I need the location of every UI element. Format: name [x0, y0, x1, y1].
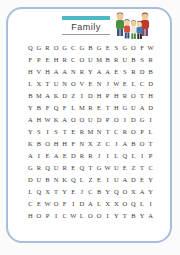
grid-cell-r1c3[interactable]: R [43, 42, 52, 54]
grid-cell-r4c6[interactable]: O [69, 78, 78, 90]
grid-cell-r15c11[interactable]: Y [112, 210, 121, 222]
family-clipart-icon [111, 11, 155, 41]
grid-cell-r8c9[interactable]: N [95, 126, 104, 138]
grid-cell-r14c3[interactable]: W [43, 198, 52, 210]
grid-cell-r5c6[interactable]: Z [69, 90, 78, 102]
grid-cell-r6c3[interactable]: F [43, 102, 52, 114]
grid-cell-r12c1[interactable]: D [26, 174, 35, 186]
grid-cell-r6c14[interactable]: A [138, 102, 147, 114]
grid-cell-r5c14[interactable]: T [138, 90, 147, 102]
grid-cell-r4c11[interactable]: W [112, 78, 121, 90]
grid-cell-r1c9[interactable]: G [95, 42, 104, 54]
grid-cell-r4c4[interactable]: U [52, 78, 61, 90]
grid-cell-r2c2[interactable]: P [35, 54, 44, 66]
grid-cell-r1c1[interactable]: Q [26, 42, 35, 54]
grid-cell-r3c14[interactable]: D [138, 66, 147, 78]
grid-cell-r6c7[interactable]: M [78, 102, 87, 114]
grid-cell-r8c4[interactable]: S [52, 126, 61, 138]
grid-cell-r5c13[interactable]: O [129, 90, 138, 102]
grid-cell-r9c3[interactable]: O [43, 138, 52, 150]
grid-cell-r12c4[interactable]: N [52, 174, 61, 186]
grid-cell-r6c15[interactable]: D [146, 102, 155, 114]
grid-cell-r7c4[interactable]: K [52, 114, 61, 126]
grid-cell-r9c5[interactable]: H [60, 138, 69, 150]
grid-cell-r14c9[interactable]: L [95, 198, 104, 210]
grid-cell-r15c5[interactable]: C [60, 210, 69, 222]
grid-cell-r14c11[interactable]: X [112, 198, 121, 210]
grid-cell-r12c2[interactable]: U [35, 174, 44, 186]
grid-cell-r14c7[interactable]: D [78, 198, 87, 210]
grid-cell-r4c9[interactable]: N [95, 78, 104, 90]
grid-cell-r15c6[interactable]: W [69, 210, 78, 222]
grid-cell-r11c6[interactable]: E [69, 162, 78, 174]
grid-cell-r7c12[interactable]: I [121, 114, 130, 126]
grid-cell-r13c2[interactable]: Q [35, 186, 44, 198]
grid-cell-r11c15[interactable]: C [146, 162, 155, 174]
grid-cell-r10c12[interactable]: Q [121, 150, 130, 162]
grid-cell-r4c3[interactable]: T [43, 78, 52, 90]
grid-cell-r15c14[interactable]: Y [138, 210, 147, 222]
grid-cell-r14c13[interactable]: Q [129, 198, 138, 210]
grid-cell-r9c15[interactable]: T [146, 138, 155, 150]
grid-cell-r11c13[interactable]: Z [129, 162, 138, 174]
grid-cell-r2c7[interactable]: O [78, 54, 87, 66]
grid-cell-r15c7[interactable]: L [78, 210, 87, 222]
grid-cell-r5c2[interactable]: M [35, 90, 44, 102]
grid-cell-r7c1[interactable]: A [26, 114, 35, 126]
grid-cell-r11c4[interactable]: U [52, 162, 61, 174]
grid-cell-r5c8[interactable]: D [86, 90, 95, 102]
grid-cell-r15c3[interactable]: P [43, 210, 52, 222]
grid-cell-r10c10[interactable]: I [103, 150, 112, 162]
grid-cell-r7c15[interactable]: I [146, 114, 155, 126]
grid-cell-r14c12[interactable]: O [121, 198, 130, 210]
grid-cell-r10c8[interactable]: R [86, 150, 95, 162]
grid-cell-r9c7[interactable]: N [78, 138, 87, 150]
grid-cell-r5c5[interactable]: D [60, 90, 69, 102]
grid-cell-r8c5[interactable]: T [60, 126, 69, 138]
grid-cell-r4c13[interactable]: L [129, 78, 138, 90]
grid-cell-r3c12[interactable]: S [121, 66, 130, 78]
grid-cell-r2c14[interactable]: S [138, 54, 147, 66]
grid-cell-r6c5[interactable]: F [60, 102, 69, 114]
grid-cell-r4c10[interactable]: J [103, 78, 112, 90]
grid-cell-r6c13[interactable]: U [129, 102, 138, 114]
grid-cell-r5c12[interactable]: R [121, 90, 130, 102]
grid-cell-r7c8[interactable]: U [86, 114, 95, 126]
grid-cell-r9c10[interactable]: C [103, 138, 112, 150]
grid-cell-r15c2[interactable]: O [35, 210, 44, 222]
grid-cell-r2c1[interactable]: F [26, 54, 35, 66]
grid-cell-r13c13[interactable]: X [129, 186, 138, 198]
grid-cell-r9c6[interactable]: F [69, 138, 78, 150]
grid-cell-r13c1[interactable]: L [26, 186, 35, 198]
grid-cell-r10c11[interactable]: L [112, 150, 121, 162]
grid-cell-r9c12[interactable]: A [121, 138, 130, 150]
grid-cell-r9c9[interactable]: Z [95, 138, 104, 150]
grid-cell-r15c1[interactable]: H [26, 210, 35, 222]
grid-cell-r2c8[interactable]: U [86, 54, 95, 66]
grid-cell-r2c12[interactable]: U [121, 54, 130, 66]
grid-cell-r4c8[interactable]: E [86, 78, 95, 90]
grid-cell-r6c9[interactable]: E [95, 102, 104, 114]
grid-cell-r2c6[interactable]: C [69, 54, 78, 66]
grid-cell-r2c4[interactable]: H [52, 54, 61, 66]
grid-cell-r7c6[interactable]: O [69, 114, 78, 126]
grid-cell-r3c7[interactable]: R [78, 66, 87, 78]
grid-cell-r12c13[interactable]: D [129, 174, 138, 186]
grid-cell-r1c8[interactable]: B [86, 42, 95, 54]
grid-cell-r5c7[interactable]: I [78, 90, 87, 102]
grid-cell-r11c12[interactable]: E [121, 162, 130, 174]
grid-cell-r4c1[interactable]: L [26, 78, 35, 90]
grid-cell-r12c11[interactable]: U [112, 174, 121, 186]
grid-cell-r7c14[interactable]: G [138, 114, 147, 126]
grid-cell-r1c15[interactable]: W [146, 42, 155, 54]
grid-cell-r2c5[interactable]: R [60, 54, 69, 66]
grid-cell-r1c5[interactable]: G [60, 42, 69, 54]
grid-cell-r3c8[interactable]: Y [86, 66, 95, 78]
grid-cell-r11c7[interactable]: Q [78, 162, 87, 174]
grid-cell-r3c6[interactable]: N [69, 66, 78, 78]
grid-cell-r12c7[interactable]: L [78, 174, 87, 186]
grid-cell-r15c15[interactable]: A [146, 210, 155, 222]
grid-cell-r9c4[interactable]: H [52, 138, 61, 150]
grid-cell-r4c12[interactable]: E [121, 78, 130, 90]
grid-cell-r3c4[interactable]: A [52, 66, 61, 78]
grid-cell-r8c15[interactable]: L [146, 126, 155, 138]
grid-cell-r15c10[interactable]: I [103, 210, 112, 222]
grid-cell-r11c9[interactable]: G [95, 162, 104, 174]
grid-cell-r8c10[interactable]: T [103, 126, 112, 138]
grid-cell-r11c3[interactable]: Q [43, 162, 52, 174]
grid-cell-r14c15[interactable]: I [146, 198, 155, 210]
grid-cell-r1c14[interactable]: F [138, 42, 147, 54]
grid-cell-r13c10[interactable]: Y [103, 186, 112, 198]
grid-cell-r15c12[interactable]: T [121, 210, 130, 222]
grid-cell-r8c12[interactable]: R [121, 126, 130, 138]
grid-cell-r6c6[interactable]: L [69, 102, 78, 114]
grid-cell-r14c10[interactable]: X [103, 198, 112, 210]
grid-cell-r13c5[interactable]: Y [60, 186, 69, 198]
grid-cell-r5c11[interactable]: H [112, 90, 121, 102]
grid-cell-r2c11[interactable]: R [112, 54, 121, 66]
grid-cell-r1c10[interactable]: E [103, 42, 112, 54]
accent-bar [62, 16, 110, 20]
grid-cell-r11c11[interactable]: U [112, 162, 121, 174]
grid-cell-r3c10[interactable]: A [103, 66, 112, 78]
grid-cell-r10c3[interactable]: E [43, 150, 52, 162]
grid-cell-r10c13[interactable]: L [129, 150, 138, 162]
grid-cell-r3c13[interactable]: R [129, 66, 138, 78]
grid-cell-r6c11[interactable]: H [112, 102, 121, 114]
grid-cell-r6c1[interactable]: Y [26, 102, 35, 114]
grid-cell-r12c14[interactable]: E [138, 174, 147, 186]
grid-cell-r6c12[interactable]: G [121, 102, 130, 114]
grid-cell-r7c7[interactable]: O [78, 114, 87, 126]
grid-cell-r2c13[interactable]: B [129, 54, 138, 66]
grid-cell-r13c7[interactable]: J [78, 186, 87, 198]
grid-cell-r8c7[interactable]: R [78, 126, 87, 138]
grid-cell-r12c8[interactable]: Z [86, 174, 95, 186]
grid-cell-r1c7[interactable]: G [78, 42, 87, 54]
grid-cell-r13c9[interactable]: B [95, 186, 104, 198]
grid-cell-r8c11[interactable]: C [112, 126, 121, 138]
grid-cell-r8c8[interactable]: M [86, 126, 95, 138]
grid-cell-r13c11[interactable]: Q [112, 186, 121, 198]
grid-cell-r13c12[interactable]: O [121, 186, 130, 198]
grid-cell-r13c15[interactable]: Y [146, 186, 155, 198]
grid-cell-r1c11[interactable]: S [112, 42, 121, 54]
grid-cell-r5c3[interactable]: A [43, 90, 52, 102]
grid-cell-r7c10[interactable]: P [103, 114, 112, 126]
grid-cell-r11c5[interactable]: R [60, 162, 69, 174]
grid-cell-r9c1[interactable]: K [26, 138, 35, 150]
grid-cell-r7c13[interactable]: D [129, 114, 138, 126]
grid-cell-r13c4[interactable]: T [52, 186, 61, 198]
grid-cell-r7c2[interactable]: H [35, 114, 44, 126]
grid-cell-r3c11[interactable]: E [112, 66, 121, 78]
grid-cell-r11c14[interactable]: T [138, 162, 147, 174]
grid-cell-r8c1[interactable]: Y [26, 126, 35, 138]
grid-cell-r7c3[interactable]: W [43, 114, 52, 126]
grid-cell-r12c12[interactable]: A [121, 174, 130, 186]
grid-cell-r2c15[interactable]: R [146, 54, 155, 66]
grid-cell-r5c4[interactable]: K [52, 90, 61, 102]
grid-cell-r1c13[interactable]: O [129, 42, 138, 54]
grid-cell-r15c13[interactable]: B [129, 210, 138, 222]
grid-cell-r11c1[interactable]: G [26, 162, 35, 174]
grid-cell-r11c8[interactable]: T [86, 162, 95, 174]
grid-cell-r1c4[interactable]: O [52, 42, 61, 54]
grid-cell-r14c1[interactable]: C [26, 198, 35, 210]
grid-cell-r10c5[interactable]: E [60, 150, 69, 162]
grid-cell-r14c6[interactable]: I [69, 198, 78, 210]
grid-cell-r10c15[interactable]: P [146, 150, 155, 162]
worksheet-frame: Family [6, 7, 172, 243]
grid-cell-r8c2[interactable]: S [35, 126, 44, 138]
grid-cell-r2c10[interactable]: B [103, 54, 112, 66]
grid-cell-r4c14[interactable]: C [138, 78, 147, 90]
grid-cell-r10c7[interactable]: R [78, 150, 87, 162]
grid-cell-r12c10[interactable]: I [103, 174, 112, 186]
grid-cell-r9c14[interactable]: O [138, 138, 147, 150]
grid-cell-r4c5[interactable]: N [60, 78, 69, 90]
grid-cell-r2c3[interactable]: E [43, 54, 52, 66]
grid-cell-r10c14[interactable]: I [138, 150, 147, 162]
grid-cell-r7c11[interactable]: O [112, 114, 121, 126]
grid-cell-r13c6[interactable]: E [69, 186, 78, 198]
grid-cell-r12c9[interactable]: E [95, 174, 104, 186]
grid-cell-r6c10[interactable]: T [103, 102, 112, 114]
grid-cell-r8c14[interactable]: P [138, 126, 147, 138]
grid-cell-r4c2[interactable]: X [35, 78, 44, 90]
grid-cell-r10c4[interactable]: A [52, 150, 61, 162]
grid-cell-r13c14[interactable]: A [138, 186, 147, 198]
grid-cell-r14c2[interactable]: E [35, 198, 44, 210]
grid-cell-r4c7[interactable]: V [78, 78, 87, 90]
grid-cell-r7c9[interactable]: D [95, 114, 104, 126]
grid-cell-r13c3[interactable]: X [43, 186, 52, 198]
grid-cell-r4c15[interactable]: D [146, 78, 155, 90]
grid-cell-r1c6[interactable]: C [69, 42, 78, 54]
grid-cell-r10c9[interactable]: J [95, 150, 104, 162]
title-underline [62, 34, 110, 35]
grid-cell-r3c15[interactable]: B [146, 66, 155, 78]
grid-cell-r3c1[interactable]: H [26, 66, 35, 78]
grid-cell-r6c2[interactable]: B [35, 102, 44, 114]
grid-cell-r8c6[interactable]: E [69, 126, 78, 138]
grid-cell-r3c3[interactable]: H [43, 66, 52, 78]
grid-cell-r12c5[interactable]: K [60, 174, 69, 186]
grid-cell-r12c3[interactable]: B [43, 174, 52, 186]
wordsearch-grid: QGROGCGBGESGOFWFPEHRCOUMBRUBSRHVHAANRYAA… [26, 42, 155, 222]
grid-cell-r3c5[interactable]: A [60, 66, 69, 78]
grid-cell-r15c8[interactable]: O [86, 210, 95, 222]
grid-cell-r1c12[interactable]: G [121, 42, 130, 54]
grid-cell-r10c1[interactable]: A [26, 150, 35, 162]
grid-cell-r12c15[interactable]: Y [146, 174, 155, 186]
grid-cell-r5c15[interactable]: H [146, 90, 155, 102]
grid-cell-r6c8[interactable]: R [86, 102, 95, 114]
grid-cell-r2c9[interactable]: M [95, 54, 104, 66]
grid-cell-r15c9[interactable]: O [95, 210, 104, 222]
grid-cell-r13c8[interactable]: C [86, 186, 95, 198]
grid-cell-r8c13[interactable]: O [129, 126, 138, 138]
grid-cell-r9c11[interactable]: J [112, 138, 121, 150]
grid-cell-r10c6[interactable]: D [69, 150, 78, 162]
grid-cell-r14c14[interactable]: L [138, 198, 147, 210]
grid-cell-r7c5[interactable]: A [60, 114, 69, 126]
grid-cell-r9c2[interactable]: B [35, 138, 44, 150]
grid-cell-r9c8[interactable]: X [86, 138, 95, 150]
grid-cell-r11c2[interactable]: R [35, 162, 44, 174]
grid-cell-r8c3[interactable]: I [43, 126, 52, 138]
grid-cell-r1c2[interactable]: G [35, 42, 44, 54]
grid-cell-r15c4[interactable]: I [52, 210, 61, 222]
grid-cell-r14c5[interactable]: F [60, 198, 69, 210]
grid-cell-r3c9[interactable]: A [95, 66, 104, 78]
grid-cell-r5c10[interactable]: P [103, 90, 112, 102]
grid-cell-r14c4[interactable]: O [52, 198, 61, 210]
grid-cell-r11c10[interactable]: W [103, 162, 112, 174]
grid-cell-r5c9[interactable]: H [95, 90, 104, 102]
grid-cell-r14c8[interactable]: A [86, 198, 95, 210]
grid-cell-r10c2[interactable]: I [35, 150, 44, 162]
grid-cell-r3c2[interactable]: V [35, 66, 44, 78]
grid-cell-r12c6[interactable]: Q [69, 174, 78, 186]
grid-cell-r5c1[interactable]: B [26, 90, 35, 102]
grid-cell-r6c4[interactable]: Q [52, 102, 61, 114]
grid-cell-r9c13[interactable]: B [129, 138, 138, 150]
